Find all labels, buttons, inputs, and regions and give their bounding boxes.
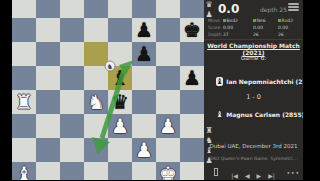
captured-rook-icon: ♜	[205, 126, 212, 136]
black-queen-e4: ♛	[108, 90, 132, 114]
panel-divider	[204, 39, 303, 40]
square-b7	[36, 18, 60, 42]
engine-score: 0.00	[278, 25, 302, 30]
engine-row-label: Depth	[208, 32, 223, 37]
eval-depth-label: depth 25	[260, 6, 287, 13]
black-pawn-h5: ♟	[180, 66, 204, 90]
square-g2	[156, 138, 180, 162]
square-g7	[156, 18, 180, 42]
square-c5	[60, 66, 84, 90]
engine-row-label: Score	[208, 25, 223, 30]
engine-move: Bxd2	[223, 18, 253, 23]
hamburger-menu-icon[interactable]	[288, 3, 299, 12]
square-f1	[132, 162, 156, 180]
square-g6	[156, 42, 180, 66]
white-knight-d4: ♞	[84, 90, 108, 114]
engine-depth: 26	[253, 32, 278, 37]
black-bishop-e5: ♝	[108, 66, 132, 90]
prev-move-button[interactable]: ◀	[245, 172, 250, 179]
engine-line-bullet-icon	[253, 19, 256, 22]
engine-row-label: Move	[208, 18, 223, 23]
square-c2	[60, 138, 84, 162]
square-e7	[108, 18, 132, 42]
engine-move: Ne6	[253, 18, 278, 23]
white-pawn-g3: ♟	[156, 114, 180, 138]
square-d8	[84, 0, 108, 18]
square-a1: ♝	[12, 162, 36, 180]
square-e2	[108, 138, 132, 162]
square-a4: ♜	[12, 90, 36, 114]
opening-name: D02 Queen's Pawn Game: Symmetri…	[204, 156, 303, 161]
square-f4	[132, 90, 156, 114]
right-letterbox	[303, 0, 320, 180]
engine-lines-table: MoveBxd2Ne6Rxd2Score0.000.000.00Depth272…	[208, 17, 302, 38]
square-e8	[108, 0, 132, 18]
square-b2	[36, 138, 60, 162]
square-d2	[84, 138, 108, 162]
square-c8	[60, 0, 84, 18]
white-pawn-e3: ♟	[108, 114, 132, 138]
square-h4	[180, 90, 204, 114]
square-c3	[60, 114, 84, 138]
square-e4: ♛	[108, 90, 132, 114]
square-g8	[156, 0, 180, 18]
square-d5	[84, 66, 108, 90]
video-frame: ♟♚♟♝♟♜♞♛♟♟♟♝♚ ♞ ♛♟ ♜♞♝♟ 0.0 depth 25 Mov…	[0, 0, 320, 180]
square-g5	[156, 66, 180, 90]
engine-line-bullet-icon	[223, 19, 226, 22]
square-h8	[180, 0, 204, 18]
captured-queen-icon: ♛	[205, 0, 212, 10]
fullscreen-icon[interactable]	[214, 168, 218, 176]
square-d4: ♞	[84, 90, 108, 114]
square-h6	[180, 42, 204, 66]
square-h3	[180, 114, 204, 138]
game-number-label: Game 6:	[204, 54, 303, 61]
square-c6	[60, 42, 84, 66]
square-e1	[108, 162, 132, 180]
square-b1	[36, 162, 60, 180]
square-a8	[12, 0, 36, 18]
player-top-row: ♝ Ian Nepomniachtchi (2782)	[216, 76, 303, 86]
square-f8	[132, 0, 156, 18]
square-h7: ♚	[180, 18, 204, 42]
black-king-h7: ♚	[180, 18, 204, 42]
square-d7	[84, 18, 108, 42]
square-a6	[12, 42, 36, 66]
square-f6: ♟	[132, 42, 156, 66]
player-bottom-name: Magnus Carlsen (2855)	[226, 111, 304, 118]
black-pawn-f6: ♟	[132, 42, 156, 66]
square-b5	[36, 66, 60, 90]
match-result: 1 - 0	[204, 93, 303, 101]
more-options-button[interactable]: •••	[286, 169, 300, 176]
square-e5: ♝	[108, 66, 132, 90]
eval-score: 0.0	[218, 2, 239, 16]
move-controls: |◀◀▶▶| •••	[214, 167, 300, 177]
square-c7	[60, 18, 84, 42]
square-d3	[84, 114, 108, 138]
square-f3	[132, 114, 156, 138]
first-move-button[interactable]: |◀	[231, 172, 238, 179]
square-b3	[36, 114, 60, 138]
square-a7	[12, 18, 36, 42]
square-b4	[36, 90, 60, 114]
square-f2: ♟	[132, 138, 156, 162]
square-b8	[36, 0, 60, 18]
next-move-button[interactable]: ▶	[257, 172, 262, 179]
engine-score: 0.00	[253, 25, 278, 30]
engine-score: 0.00	[223, 25, 253, 30]
square-f7: ♟	[132, 18, 156, 42]
square-a2	[12, 138, 36, 162]
last-move-button[interactable]: ▶|	[268, 172, 275, 179]
info-panel: ♛♟ ♜♞♝♟ 0.0 depth 25 MoveBxd2Ne6Rxd2Scor…	[204, 0, 303, 180]
square-h5: ♟	[180, 66, 204, 90]
engine-line-bullet-icon	[278, 19, 281, 22]
square-d1	[84, 162, 108, 180]
engine-depth: 26	[278, 32, 302, 37]
square-g4	[156, 90, 180, 114]
square-g3: ♟	[156, 114, 180, 138]
chess-board: ♟♚♟♝♟♜♞♛♟♟♟♝♚	[12, 0, 204, 180]
square-b6	[36, 42, 60, 66]
square-f5	[132, 66, 156, 90]
square-e6	[108, 42, 132, 66]
square-h2	[180, 138, 204, 162]
square-c4	[60, 90, 84, 114]
white-king-g1: ♚	[156, 162, 180, 180]
black-bishop-icon: ♝	[216, 77, 223, 86]
square-g1: ♚	[156, 162, 180, 180]
square-c1	[60, 162, 84, 180]
square-a5	[12, 66, 36, 90]
engine-move: Rxd2	[278, 18, 302, 23]
black-pawn-f7: ♟	[132, 18, 156, 42]
player-bottom-row: ♝ Magnus Carlsen (2855)	[216, 109, 303, 119]
white-rook-a4: ♜	[12, 90, 36, 114]
white-bishop-a1: ♝	[12, 162, 36, 180]
square-h1	[180, 162, 204, 180]
nav-buttons: |◀◀▶▶|	[228, 163, 279, 181]
square-d6	[84, 42, 108, 66]
square-a3	[12, 114, 36, 138]
engine-depth: 27	[223, 32, 253, 37]
square-e3: ♟	[108, 114, 132, 138]
venue-date: Dubai UAE, December 3rd 2021	[204, 143, 303, 149]
white-pawn-f2: ♟	[132, 138, 156, 162]
white-bishop-icon: ♝	[216, 110, 223, 119]
